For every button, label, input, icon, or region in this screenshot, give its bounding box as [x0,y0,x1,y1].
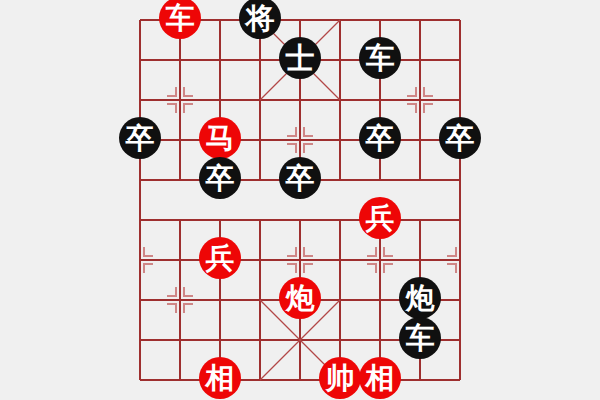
xiangqi-board-screen: 车将士车卒马卒卒卒卒兵兵炮炮车相帅相 [0,0,600,400]
piece-red-elephant[interactable]: 相 [359,357,401,399]
piece-black-general[interactable]: 将 [239,0,281,39]
piece-black-soldier[interactable]: 卒 [439,117,481,159]
piece-red-cannon[interactable]: 炮 [279,277,321,319]
piece-red-soldier[interactable]: 兵 [199,237,241,279]
piece-black-chariot[interactable]: 车 [359,37,401,79]
piece-black-chariot[interactable]: 车 [399,317,441,359]
piece-red-horse[interactable]: 马 [199,117,241,159]
piece-red-chariot[interactable]: 车 [159,0,201,39]
piece-black-soldier[interactable]: 卒 [119,117,161,159]
piece-red-elephant[interactable]: 相 [199,357,241,399]
piece-black-advisor[interactable]: 士 [279,37,321,79]
piece-red-soldier[interactable]: 兵 [359,197,401,239]
xiangqi-board[interactable]: 车将士车卒马卒卒卒卒兵兵炮炮车相帅相 [120,0,480,400]
piece-black-soldier[interactable]: 卒 [359,117,401,159]
piece-black-soldier[interactable]: 卒 [279,157,321,199]
piece-black-soldier[interactable]: 卒 [199,157,241,199]
piece-black-cannon[interactable]: 炮 [399,277,441,319]
piece-red-general[interactable]: 帅 [319,357,361,399]
